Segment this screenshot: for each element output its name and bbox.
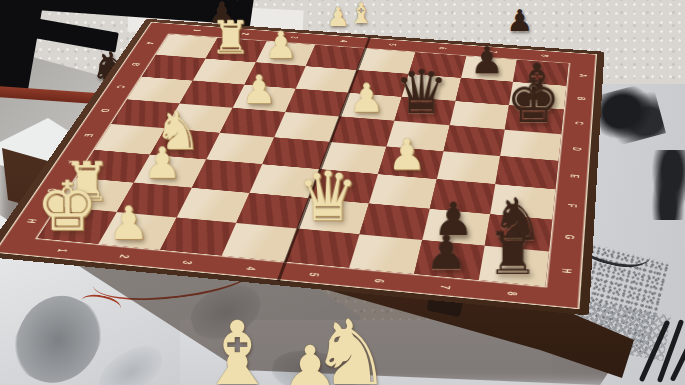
captured-white-bishop: ♝	[198, 310, 277, 385]
coord-top-3: 3	[288, 36, 298, 39]
coord-left-D: D	[98, 108, 110, 112]
coord-left-C: C	[114, 85, 126, 89]
square-h6	[349, 234, 422, 274]
piece-black-pawn-a7: ♟	[470, 42, 504, 80]
coord-top-6: 6	[437, 47, 447, 50]
piece-black-king-c8: ♚	[506, 71, 561, 132]
piece-white-rook-a2: ♜	[210, 15, 251, 60]
piece-white-pawn-h2: ♟	[108, 201, 149, 247]
square-d8	[500, 130, 561, 161]
piece-white-pawn-a3: ♟	[264, 27, 297, 64]
coord-top-8: 8	[539, 54, 549, 57]
coord-top-1: 1	[191, 29, 201, 32]
chess-photo-scene: ♚♜♜♞♟♟♟♟♟♛♟♛♟♟♟♝♚♞♜ 1234567812345678HGFE…	[0, 0, 685, 385]
captured-black-pawn: ♟	[507, 6, 534, 36]
piece-white-king-h1: ♚	[37, 172, 99, 241]
coord-right-C: C	[573, 121, 584, 125]
piece-white-queen-g5: ♛	[297, 163, 358, 232]
coord-top-2: 2	[240, 33, 250, 36]
captured-white-pawn: ♟	[326, 4, 349, 30]
captured-white-bishop: ♝	[348, 0, 373, 28]
cloth-black-streaks	[648, 318, 685, 385]
coord-top-5: 5	[387, 43, 397, 46]
coord-top-4: 4	[337, 40, 347, 43]
piece-white-pawn-c3: ♟	[241, 71, 276, 110]
piece-black-queen-c6: ♛	[394, 63, 448, 124]
piece-white-pawn-c5: ♟	[349, 79, 385, 119]
cloth-dark-print	[648, 150, 685, 220]
piece-black-pawn-h7: ♟	[425, 230, 468, 278]
piece-white-pawn-f2: ♟	[143, 142, 182, 185]
captured-white-knight: ♞	[311, 308, 392, 385]
coord-top-7: 7	[488, 51, 498, 54]
piece-white-pawn-e6: ♟	[388, 134, 426, 177]
piece-black-rook-h8: ♜	[486, 225, 538, 283]
